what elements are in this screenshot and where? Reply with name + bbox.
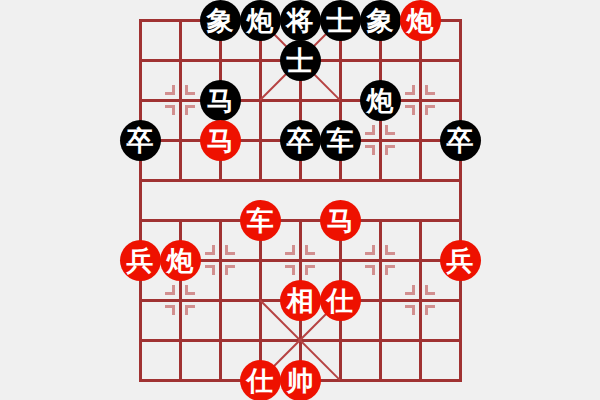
screenshot-canvas: 象炮将士象炮士马炮卒马卒车卒车马兵炮兵相仕仕帅	[0, 0, 600, 400]
xiangqi-board[interactable]: 象炮将士象炮士马炮卒马卒车卒车马兵炮兵相仕仕帅	[0, 0, 600, 400]
point-marker	[172, 285, 175, 295]
black-horse[interactable]: 马	[200, 80, 241, 121]
red-cannon[interactable]: 炮	[400, 0, 441, 41]
point-marker	[185, 285, 188, 295]
point-marker	[425, 85, 428, 95]
red-cannon[interactable]: 炮	[160, 240, 201, 281]
red-horse[interactable]: 马	[320, 200, 361, 241]
black-advisor[interactable]: 士	[320, 0, 361, 41]
black-advisor[interactable]: 士	[280, 40, 321, 81]
black-elephant[interactable]: 象	[360, 0, 401, 41]
grid-line	[419, 19, 422, 182]
point-marker	[385, 145, 388, 155]
point-marker	[412, 85, 415, 95]
black-general[interactable]: 将	[280, 0, 321, 41]
red-elephant[interactable]: 相	[280, 280, 321, 321]
point-marker	[292, 245, 295, 255]
point-marker	[292, 265, 295, 275]
point-marker	[372, 265, 375, 275]
red-advisor[interactable]: 仕	[320, 280, 361, 321]
point-marker	[372, 125, 375, 135]
point-marker	[412, 285, 415, 295]
point-marker	[185, 305, 188, 315]
point-marker	[212, 265, 215, 275]
red-horse[interactable]: 马	[200, 120, 241, 161]
point-marker	[305, 245, 308, 255]
point-marker	[425, 105, 428, 115]
black-cannon[interactable]: 炮	[360, 80, 401, 121]
point-marker	[172, 85, 175, 95]
grid-line	[419, 219, 422, 382]
point-marker	[172, 305, 175, 315]
point-marker	[425, 285, 428, 295]
red-advisor[interactable]: 仕	[240, 360, 281, 400]
point-marker	[372, 245, 375, 255]
point-marker	[385, 125, 388, 135]
red-general[interactable]: 帅	[280, 360, 321, 400]
red-soldier[interactable]: 兵	[120, 240, 161, 281]
point-marker	[425, 305, 428, 315]
grid-line	[379, 219, 382, 382]
red-soldier[interactable]: 兵	[440, 240, 481, 281]
black-cannon[interactable]: 炮	[240, 0, 281, 41]
point-marker	[385, 245, 388, 255]
point-marker	[185, 85, 188, 95]
black-elephant[interactable]: 象	[200, 0, 241, 41]
point-marker	[225, 245, 228, 255]
point-marker	[372, 145, 375, 155]
black-soldier[interactable]: 卒	[440, 120, 481, 161]
point-marker	[385, 265, 388, 275]
grid-line	[219, 219, 222, 382]
grid-line	[179, 19, 182, 182]
black-chariot[interactable]: 车	[320, 120, 361, 161]
point-marker	[305, 265, 308, 275]
point-marker	[185, 105, 188, 115]
point-marker	[412, 105, 415, 115]
point-marker	[172, 105, 175, 115]
grid-line	[139, 19, 142, 382]
red-chariot[interactable]: 车	[240, 200, 281, 241]
black-soldier[interactable]: 卒	[120, 120, 161, 161]
grid-line	[459, 19, 462, 382]
point-marker	[212, 245, 215, 255]
point-marker	[412, 305, 415, 315]
point-marker	[225, 265, 228, 275]
black-soldier[interactable]: 卒	[280, 120, 321, 161]
